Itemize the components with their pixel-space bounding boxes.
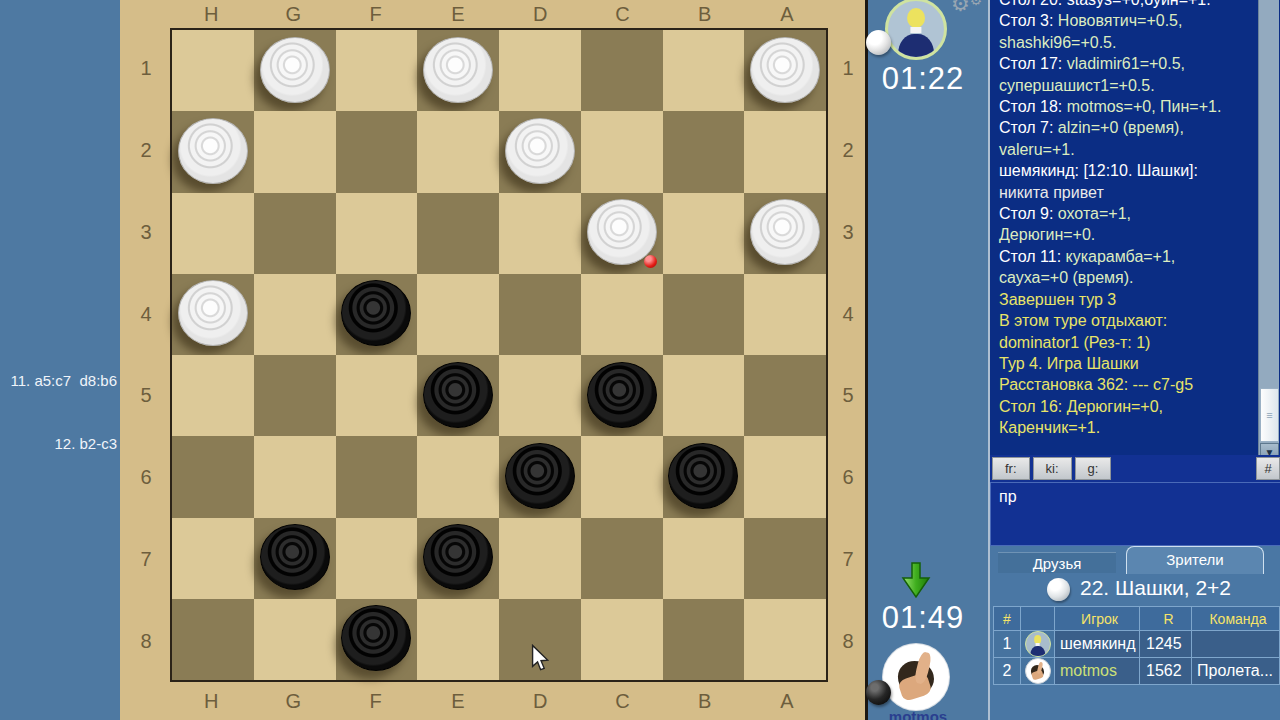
board-square-g3[interactable] [254, 193, 336, 274]
scrollbar-thumb[interactable]: ≡ [1260, 388, 1279, 442]
white-checker-e1[interactable] [423, 37, 493, 103]
turn-indicator-arrow-icon [900, 561, 932, 599]
white-checker-d2[interactable] [505, 118, 575, 184]
black-checker-f8[interactable] [341, 605, 411, 671]
bottom-player-clock: 01:49 [871, 600, 975, 636]
header-team: Команда [1192, 607, 1280, 631]
chat-line: Дерюгин=+0. [990, 224, 1280, 245]
board-square-g2[interactable] [254, 111, 336, 192]
players-table-header: # Игрок R Команда [994, 607, 1280, 631]
board-square-c5[interactable] [581, 355, 663, 436]
move-list-line: 12. b2-c3 [0, 433, 117, 454]
black-checker-d6[interactable] [505, 443, 575, 509]
chat-line: valeru=+1. [990, 139, 1280, 160]
chat-line: Стол 18: motmos=+0, Пин=+1. [990, 96, 1280, 117]
rank-labels-right: 12345678 [828, 28, 868, 682]
player-rating: 1245 [1140, 631, 1192, 658]
chat-line: Расстановка 362: --- c7-g5 [990, 374, 1280, 395]
players-table-row[interactable]: 2motmos1562Пролета... [994, 658, 1280, 685]
board-square-e3[interactable] [417, 193, 499, 274]
board-square-d5[interactable] [499, 355, 581, 436]
file-label-h: H [170, 684, 252, 718]
tab-spectators[interactable]: Зрители [1126, 546, 1264, 574]
board-square-a8[interactable] [744, 599, 826, 680]
board-square-e1[interactable] [417, 30, 499, 111]
board-square-g7[interactable] [254, 518, 336, 599]
file-label-f: F [335, 0, 417, 28]
top-player-clock: 01:22 [871, 61, 975, 97]
last-move-dot [644, 255, 657, 268]
board-square-h1[interactable] [172, 30, 254, 111]
board-square-a4[interactable] [744, 274, 826, 355]
chat-toolbar: fr: ki: g: # [990, 455, 1280, 482]
file-labels-top: HGFEDCBA [170, 0, 828, 28]
chat-line: супершашист1=+0.5. [990, 75, 1280, 96]
header-player: Игрок [1055, 607, 1140, 631]
board-square-g1[interactable] [254, 30, 336, 111]
board-square-d4[interactable] [499, 274, 581, 355]
rank-label-5: 5 [828, 355, 868, 437]
board-square-a6[interactable] [744, 436, 826, 517]
board-square-g4[interactable] [254, 274, 336, 355]
person-avatar-icon [1025, 631, 1051, 657]
board-square-e5[interactable] [417, 355, 499, 436]
white-checker-h4[interactable] [178, 280, 248, 346]
chat-input[interactable]: пр [990, 482, 1280, 546]
board-square-a1[interactable] [744, 30, 826, 111]
g-button[interactable]: g: [1075, 457, 1112, 480]
board-square-b6[interactable] [663, 436, 745, 517]
header-avatar [1021, 607, 1055, 631]
bottom-player-avatar [883, 644, 949, 710]
board-square-h4[interactable] [172, 274, 254, 355]
rank-label-1: 1 [828, 28, 868, 110]
tab-bar: Друзья Зрители [990, 546, 1280, 574]
mouse-cursor-icon [530, 644, 549, 673]
board-square-c6[interactable] [581, 436, 663, 517]
board-square-d1[interactable] [499, 30, 581, 111]
player-rank: 2 [994, 658, 1021, 685]
rank-label-7: 7 [828, 519, 868, 601]
board-square-f4[interactable] [336, 274, 418, 355]
board-square-h6[interactable] [172, 436, 254, 517]
board-square-c1[interactable] [581, 30, 663, 111]
player-avatar-cell [1021, 631, 1055, 658]
black-pieces-marker-icon [866, 680, 891, 705]
board-square-b7[interactable] [663, 518, 745, 599]
chat-line: никита привет [990, 182, 1280, 203]
players-table-row[interactable]: 1шемякинд1245 [994, 631, 1280, 658]
board-square-c8[interactable] [581, 599, 663, 680]
black-checker-g7[interactable] [260, 524, 330, 590]
ki-button[interactable]: ki: [1033, 457, 1072, 480]
board-square-h5[interactable] [172, 355, 254, 436]
file-label-h: H [170, 0, 252, 28]
rank-label-7: 7 [126, 519, 166, 601]
header-rating: R [1140, 607, 1192, 631]
board-square-e7[interactable] [417, 518, 499, 599]
board-square-c3[interactable] [581, 193, 663, 274]
player-name: motmos [1055, 658, 1140, 685]
file-label-a: A [746, 684, 828, 718]
chat-line: Каренчик=+1. [990, 417, 1280, 438]
rank-label-2: 2 [828, 110, 868, 192]
chat-line: Стол 16: Дерюгин=+0, [990, 396, 1280, 417]
board-square-a2[interactable] [744, 111, 826, 192]
rank-label-2: 2 [126, 110, 166, 192]
board-square-f7[interactable] [336, 518, 418, 599]
file-label-a: A [746, 0, 828, 28]
board-square-e4[interactable] [417, 274, 499, 355]
file-label-f: F [335, 684, 417, 718]
file-label-b: B [664, 0, 746, 28]
board-frame: HGFEDCBA HGFEDCBA 12345678 12345678 [120, 0, 868, 720]
white-checker-g1[interactable] [260, 37, 330, 103]
board-square-b3[interactable] [663, 193, 745, 274]
white-checker-a3[interactable] [750, 199, 820, 265]
game-title: 22. Шашки, 2+2 [1080, 576, 1231, 600]
board-square-c4[interactable] [581, 274, 663, 355]
bottom-player-name: motmos [879, 708, 957, 720]
chat-log: Стол 20: stasys=+0,буйн=+1.Стол 3: Новов… [990, 0, 1280, 455]
white-checker-a1[interactable] [750, 37, 820, 103]
board-square-a3[interactable] [744, 193, 826, 274]
chat-line: shashki96=+0.5. [990, 32, 1280, 53]
board-square-f6[interactable] [336, 436, 418, 517]
board-square-c7[interactable] [581, 518, 663, 599]
chat-line: Стол 17: vladimir61=+0.5, [990, 53, 1280, 74]
board-square-e2[interactable] [417, 111, 499, 192]
chat-line: Тур 4. Игра Шашки [990, 353, 1280, 374]
board-square-c2[interactable] [581, 111, 663, 192]
board-square-f1[interactable] [336, 30, 418, 111]
black-checker-f4[interactable] [341, 280, 411, 346]
board-square-d7[interactable] [499, 518, 581, 599]
board-square-h2[interactable] [172, 111, 254, 192]
settings-gears-icon[interactable]: ⚙⚙ [951, 0, 982, 16]
file-label-c: C [581, 0, 663, 28]
rank-label-3: 3 [126, 192, 166, 274]
white-checker-h2[interactable] [178, 118, 248, 184]
game-title-row: 22. Шашки, 2+2 [990, 574, 1280, 606]
board-square-a5[interactable] [744, 355, 826, 436]
thumbs-up-icon [883, 644, 949, 710]
file-labels-bottom: HGFEDCBA [170, 684, 828, 718]
rank-label-5: 5 [126, 355, 166, 437]
chat-line: шемякинд: [12:10. Шашки]: [990, 160, 1280, 181]
player-strip: ⚙⚙ 01:22 01:49 motmos [871, 0, 988, 720]
file-label-g: G [252, 0, 334, 28]
file-label-c: C [581, 684, 663, 718]
chat-line: В этом туре отдыхают: [990, 310, 1280, 331]
black-checker-e5[interactable] [423, 362, 493, 428]
file-label-e: E [417, 0, 499, 28]
rank-label-8: 8 [126, 600, 166, 682]
board-square-b2[interactable] [663, 111, 745, 192]
board-square-f2[interactable] [336, 111, 418, 192]
thumb-avatar-icon [1025, 658, 1051, 684]
right-panel: Стол 20: stasys=+0,буйн=+1.Стол 3: Новов… [988, 0, 1280, 720]
board-square-b1[interactable] [663, 30, 745, 111]
chat-line: Стол 9: охота=+1, [990, 203, 1280, 224]
board-square-b5[interactable] [663, 355, 745, 436]
player-team: Пролета... [1192, 658, 1280, 685]
rank-label-6: 6 [126, 437, 166, 519]
chat-line: Стол 7: alzin=+0 (время), [990, 117, 1280, 138]
header-num: # [994, 607, 1021, 631]
chat-line: Стол 20: stasys=+0,буйн=+1. [990, 0, 1280, 10]
checkers-app-window: 11. a5:c7 d8:b6 12. b2-c3 HGFEDCBA HGFED… [0, 0, 1280, 720]
file-label-e: E [417, 684, 499, 718]
board-square-f3[interactable] [336, 193, 418, 274]
board-square-d3[interactable] [499, 193, 581, 274]
chat-line: Стол 11: кукарамба=+1, [990, 246, 1280, 267]
board-square-b8[interactable] [663, 599, 745, 680]
board-square-g8[interactable] [254, 599, 336, 680]
board-square-g6[interactable] [254, 436, 336, 517]
top-player-avatar [885, 0, 947, 60]
game-ball-icon [1047, 578, 1070, 601]
move-list-line: 11. a5:c7 d8:b6 [0, 370, 117, 391]
board-square-e6[interactable] [417, 436, 499, 517]
board-square-h3[interactable] [172, 193, 254, 274]
players-table: # Игрок R Команда 1шемякинд12452motmos15… [993, 606, 1280, 685]
fr-button[interactable]: fr: [992, 457, 1030, 480]
board-square-d2[interactable] [499, 111, 581, 192]
rank-label-1: 1 [126, 28, 166, 110]
move-list: 11. a5:c7 d8:b6 12. b2-c3 [0, 328, 117, 496]
board-square-e8[interactable] [417, 599, 499, 680]
file-label-b: B [664, 684, 746, 718]
file-label-d: D [499, 684, 581, 718]
board-square-f5[interactable] [336, 355, 418, 436]
board-square-h8[interactable] [172, 599, 254, 680]
rank-labels-left: 12345678 [126, 28, 166, 682]
player-avatar-cell [1021, 658, 1055, 685]
board-square-a7[interactable] [744, 518, 826, 599]
player-rating: 1562 [1140, 658, 1192, 685]
chat-line: Завершен тур 3 [990, 289, 1280, 310]
white-pieces-marker-icon [866, 30, 891, 55]
rank-label-6: 6 [828, 437, 868, 519]
hash-button[interactable]: # [1256, 457, 1280, 480]
file-label-d: D [499, 0, 581, 28]
black-checker-c5[interactable] [587, 362, 657, 428]
checkers-board [170, 28, 828, 682]
black-checker-b6[interactable] [668, 443, 738, 509]
board-square-f8[interactable] [336, 599, 418, 680]
rank-label-3: 3 [828, 192, 868, 274]
rank-label-4: 4 [126, 273, 166, 355]
player-name: шемякинд [1055, 631, 1140, 658]
rank-label-8: 8 [828, 600, 868, 682]
chat-line: сауха=+0 (время). [990, 267, 1280, 288]
file-label-g: G [252, 684, 334, 718]
tab-friends[interactable]: Друзья [998, 552, 1116, 573]
player-team [1192, 631, 1280, 658]
player-rank: 1 [994, 631, 1021, 658]
board-square-h7[interactable] [172, 518, 254, 599]
board-square-d6[interactable] [499, 436, 581, 517]
black-checker-e7[interactable] [423, 524, 493, 590]
rank-label-4: 4 [828, 273, 868, 355]
chat-line: Стол 3: Нововятич=+0.5, [990, 10, 1280, 31]
board-square-b4[interactable] [663, 274, 745, 355]
chat-line: dominator1 (Рез-т: 1) [990, 332, 1280, 353]
chat-scrollbar[interactable]: ≡ ▼ [1258, 0, 1279, 463]
board-square-g5[interactable] [254, 355, 336, 436]
person-icon [888, 1, 944, 57]
